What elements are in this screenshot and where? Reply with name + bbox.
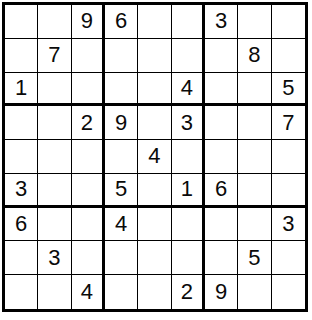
cell-r7c5[interactable]	[138, 208, 171, 242]
cell-r6c1: 3	[5, 174, 38, 208]
cell-r2c9[interactable]	[272, 39, 305, 73]
cell-r6c2[interactable]	[38, 174, 71, 208]
cell-r7c7[interactable]	[205, 208, 238, 242]
cell-r3c5[interactable]	[138, 73, 171, 107]
cell-r6c4: 5	[105, 174, 138, 208]
cell-r4c4: 9	[105, 106, 138, 140]
cell-r2c2: 7	[38, 39, 71, 73]
cell-r8c1[interactable]	[5, 241, 38, 275]
cell-r3c9: 5	[272, 73, 305, 107]
cell-r3c8[interactable]	[238, 73, 271, 107]
cell-r7c4: 4	[105, 208, 138, 242]
cell-r9c6: 2	[172, 275, 205, 309]
cell-r1c4: 6	[105, 5, 138, 39]
cell-r8c3[interactable]	[72, 241, 105, 275]
cell-r9c2[interactable]	[38, 275, 71, 309]
cell-r9c9[interactable]	[272, 275, 305, 309]
cell-r9c3: 4	[72, 275, 105, 309]
cell-r5c4[interactable]	[105, 140, 138, 174]
cell-r2c7[interactable]	[205, 39, 238, 73]
cell-r5c1[interactable]	[5, 140, 38, 174]
cell-r3c4[interactable]	[105, 73, 138, 107]
cell-r9c7: 9	[205, 275, 238, 309]
cell-r8c2: 3	[38, 241, 71, 275]
cell-r9c4[interactable]	[105, 275, 138, 309]
cell-r5c8[interactable]	[238, 140, 271, 174]
sudoku-page: 9 6 3 7 8 1 4 5 2 9 3 7	[0, 0, 312, 320]
cell-r6c3[interactable]	[72, 174, 105, 208]
cell-r6c7: 6	[205, 174, 238, 208]
cell-r9c5[interactable]	[138, 275, 171, 309]
cell-r2c1[interactable]	[5, 39, 38, 73]
cell-r6c5[interactable]	[138, 174, 171, 208]
cell-r3c6: 4	[172, 73, 205, 107]
cell-r2c5[interactable]	[138, 39, 171, 73]
cell-r2c3[interactable]	[72, 39, 105, 73]
cell-r8c7[interactable]	[205, 241, 238, 275]
cell-r9c1[interactable]	[5, 275, 38, 309]
cell-r5c3[interactable]	[72, 140, 105, 174]
cell-r1c6[interactable]	[172, 5, 205, 39]
cell-r4c1[interactable]	[5, 106, 38, 140]
cell-r7c2[interactable]	[38, 208, 71, 242]
cell-r8c4[interactable]	[105, 241, 138, 275]
cell-r3c3[interactable]	[72, 73, 105, 107]
cell-r8c8: 5	[238, 241, 271, 275]
cell-r2c4[interactable]	[105, 39, 138, 73]
cell-r7c3[interactable]	[72, 208, 105, 242]
cell-r7c9: 3	[272, 208, 305, 242]
cell-r4c3: 2	[72, 106, 105, 140]
cell-r6c6: 1	[172, 174, 205, 208]
cell-r2c8: 8	[238, 39, 271, 73]
cell-r1c7: 3	[205, 5, 238, 39]
cell-r4c2[interactable]	[38, 106, 71, 140]
cell-r5c2[interactable]	[38, 140, 71, 174]
cell-r1c8[interactable]	[238, 5, 271, 39]
cell-r6c8[interactable]	[238, 174, 271, 208]
cell-r4c5[interactable]	[138, 106, 171, 140]
cell-r1c5[interactable]	[138, 5, 171, 39]
cell-r7c8[interactable]	[238, 208, 271, 242]
cell-r4c6: 3	[172, 106, 205, 140]
cell-r7c6[interactable]	[172, 208, 205, 242]
cell-r5c5: 4	[138, 140, 171, 174]
cell-r8c5[interactable]	[138, 241, 171, 275]
cell-r2c6[interactable]	[172, 39, 205, 73]
cell-r7c1: 6	[5, 208, 38, 242]
cell-r4c8[interactable]	[238, 106, 271, 140]
cell-r5c6[interactable]	[172, 140, 205, 174]
cell-r1c2[interactable]	[38, 5, 71, 39]
cell-r3c1: 1	[5, 73, 38, 107]
cell-r9c8[interactable]	[238, 275, 271, 309]
cell-r5c7[interactable]	[205, 140, 238, 174]
cell-r4c9: 7	[272, 106, 305, 140]
cell-r3c2[interactable]	[38, 73, 71, 107]
cell-r8c6[interactable]	[172, 241, 205, 275]
sudoku-board: 9 6 3 7 8 1 4 5 2 9 3 7	[2, 2, 308, 312]
cell-r3c7[interactable]	[205, 73, 238, 107]
cell-r6c9[interactable]	[272, 174, 305, 208]
cell-r5c9[interactable]	[272, 140, 305, 174]
cell-r1c1[interactable]	[5, 5, 38, 39]
cell-r8c9[interactable]	[272, 241, 305, 275]
cell-r4c7[interactable]	[205, 106, 238, 140]
cell-r1c9[interactable]	[272, 5, 305, 39]
cell-r1c3: 9	[72, 5, 105, 39]
